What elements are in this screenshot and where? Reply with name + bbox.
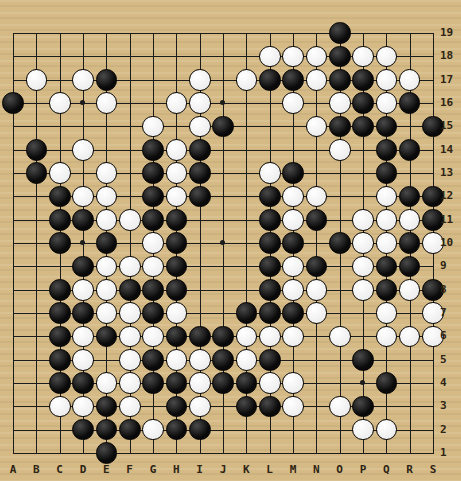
- stone-white-Q7[interactable]: [376, 302, 398, 324]
- stone-black-C11[interactable]: [49, 209, 71, 231]
- stone-white-C16[interactable]: [49, 92, 71, 114]
- stone-black-L17[interactable]: [259, 69, 281, 91]
- stone-white-L6[interactable]: [259, 326, 281, 348]
- stone-white-M18[interactable]: [282, 46, 304, 68]
- stone-black-R9[interactable]: [399, 256, 421, 278]
- stone-black-G13[interactable]: [142, 162, 164, 184]
- row-label-7: 7: [440, 307, 461, 319]
- stone-white-I16[interactable]: [189, 92, 211, 114]
- stone-black-E6[interactable]: [96, 326, 118, 348]
- stone-white-H7[interactable]: [166, 302, 188, 324]
- row-label-5: 5: [440, 354, 461, 366]
- row-label-19: 19: [440, 27, 461, 39]
- stone-black-D11[interactable]: [72, 209, 94, 231]
- stone-black-M7[interactable]: [282, 302, 304, 324]
- stone-white-E11[interactable]: [96, 209, 118, 231]
- stone-white-Q6[interactable]: [376, 326, 398, 348]
- stone-black-P15[interactable]: [352, 116, 374, 138]
- row-label-13: 13: [440, 167, 461, 179]
- stone-black-H4[interactable]: [166, 372, 188, 394]
- stone-black-F2[interactable]: [119, 419, 141, 441]
- stone-white-H14[interactable]: [166, 139, 188, 161]
- stone-black-B13[interactable]: [26, 162, 48, 184]
- column-label-Q: Q: [377, 464, 395, 476]
- stone-black-I2[interactable]: [189, 419, 211, 441]
- stone-black-E10[interactable]: [96, 232, 118, 254]
- stone-white-L18[interactable]: [259, 46, 281, 68]
- column-label-I: I: [191, 464, 209, 476]
- stone-black-Q9[interactable]: [376, 256, 398, 278]
- stone-white-D6[interactable]: [72, 326, 94, 348]
- stone-white-B17[interactable]: [26, 69, 48, 91]
- stone-white-C13[interactable]: [49, 162, 71, 184]
- stone-black-R12[interactable]: [399, 186, 421, 208]
- stone-black-R16[interactable]: [399, 92, 421, 114]
- column-label-K: K: [237, 464, 255, 476]
- stone-white-O14[interactable]: [329, 139, 351, 161]
- row-label-2: 2: [440, 424, 461, 436]
- stone-white-R11[interactable]: [399, 209, 421, 231]
- stone-black-O19[interactable]: [329, 22, 351, 44]
- stone-white-D5[interactable]: [72, 349, 94, 371]
- stone-white-P10[interactable]: [352, 232, 374, 254]
- column-label-B: B: [27, 464, 45, 476]
- stone-black-N9[interactable]: [306, 256, 328, 278]
- column-label-O: O: [331, 464, 349, 476]
- stone-white-L13[interactable]: [259, 162, 281, 184]
- stone-white-E13[interactable]: [96, 162, 118, 184]
- column-label-E: E: [97, 464, 115, 476]
- stone-black-L7[interactable]: [259, 302, 281, 324]
- row-label-9: 9: [440, 260, 461, 272]
- stone-black-M10[interactable]: [282, 232, 304, 254]
- stone-white-R6[interactable]: [399, 326, 421, 348]
- stone-black-D4[interactable]: [72, 372, 94, 394]
- stone-white-P8[interactable]: [352, 279, 374, 301]
- stone-white-M16[interactable]: [282, 92, 304, 114]
- stone-white-N8[interactable]: [306, 279, 328, 301]
- row-label-1: 1: [440, 447, 461, 459]
- stone-black-B14[interactable]: [26, 139, 48, 161]
- row-label-8: 8: [440, 284, 461, 296]
- stone-black-P16[interactable]: [352, 92, 374, 114]
- stone-white-K17[interactable]: [236, 69, 258, 91]
- stone-white-P11[interactable]: [352, 209, 374, 231]
- stone-white-I15[interactable]: [189, 116, 211, 138]
- stone-black-D9[interactable]: [72, 256, 94, 278]
- stone-white-H13[interactable]: [166, 162, 188, 184]
- stone-white-M8[interactable]: [282, 279, 304, 301]
- stone-black-C4[interactable]: [49, 372, 71, 394]
- stone-black-H2[interactable]: [166, 419, 188, 441]
- stone-white-D8[interactable]: [72, 279, 94, 301]
- stone-black-N11[interactable]: [306, 209, 328, 231]
- stone-white-K5[interactable]: [236, 349, 258, 371]
- stone-black-H9[interactable]: [166, 256, 188, 278]
- stone-white-P2[interactable]: [352, 419, 374, 441]
- stone-white-M9[interactable]: [282, 256, 304, 278]
- stone-black-C8[interactable]: [49, 279, 71, 301]
- stone-white-O3[interactable]: [329, 396, 351, 418]
- column-label-H: H: [167, 464, 185, 476]
- stone-white-M11[interactable]: [282, 209, 304, 231]
- column-label-J: J: [214, 464, 232, 476]
- stone-black-H11[interactable]: [166, 209, 188, 231]
- stone-black-O17[interactable]: [329, 69, 351, 91]
- stone-white-G15[interactable]: [142, 116, 164, 138]
- stone-black-J5[interactable]: [212, 349, 234, 371]
- stone-black-L3[interactable]: [259, 396, 281, 418]
- stone-black-E3[interactable]: [96, 396, 118, 418]
- stone-white-G10[interactable]: [142, 232, 164, 254]
- stone-white-I3[interactable]: [189, 396, 211, 418]
- stone-white-E8[interactable]: [96, 279, 118, 301]
- stone-white-I4[interactable]: [189, 372, 211, 394]
- row-label-6: 6: [440, 330, 461, 342]
- stone-white-M6[interactable]: [282, 326, 304, 348]
- stone-black-C7[interactable]: [49, 302, 71, 324]
- stone-black-C10[interactable]: [49, 232, 71, 254]
- stone-black-A16[interactable]: [2, 92, 24, 114]
- stone-black-H3[interactable]: [166, 396, 188, 418]
- stone-black-O15[interactable]: [329, 116, 351, 138]
- stone-black-K7[interactable]: [236, 302, 258, 324]
- stone-white-G9[interactable]: [142, 256, 164, 278]
- column-label-L: L: [261, 464, 279, 476]
- stone-white-F6[interactable]: [119, 326, 141, 348]
- stone-black-L11[interactable]: [259, 209, 281, 231]
- row-label-18: 18: [440, 50, 461, 62]
- stone-black-I6[interactable]: [189, 326, 211, 348]
- column-label-D: D: [74, 464, 92, 476]
- stone-black-D7[interactable]: [72, 302, 94, 324]
- column-label-A: A: [4, 464, 22, 476]
- stone-black-R10[interactable]: [399, 232, 421, 254]
- stone-black-P17[interactable]: [352, 69, 374, 91]
- stone-black-I13[interactable]: [189, 162, 211, 184]
- stone-black-G11[interactable]: [142, 209, 164, 231]
- stone-white-O6[interactable]: [329, 326, 351, 348]
- column-label-C: C: [51, 464, 69, 476]
- stone-white-L4[interactable]: [259, 372, 281, 394]
- stone-black-M17[interactable]: [282, 69, 304, 91]
- row-label-3: 3: [440, 400, 461, 412]
- stone-black-D2[interactable]: [72, 419, 94, 441]
- row-label-15: 15: [440, 120, 461, 132]
- stone-black-M13[interactable]: [282, 162, 304, 184]
- stone-white-O16[interactable]: [329, 92, 351, 114]
- stone-black-K3[interactable]: [236, 396, 258, 418]
- stone-white-F11[interactable]: [119, 209, 141, 231]
- stone-black-Q4[interactable]: [376, 372, 398, 394]
- stone-black-Q14[interactable]: [376, 139, 398, 161]
- row-label-16: 16: [440, 97, 461, 109]
- column-label-R: R: [401, 464, 419, 476]
- column-label-N: N: [307, 464, 325, 476]
- stone-white-M3[interactable]: [282, 396, 304, 418]
- stone-white-E16[interactable]: [96, 92, 118, 114]
- stone-black-I12[interactable]: [189, 186, 211, 208]
- stone-black-G8[interactable]: [142, 279, 164, 301]
- stone-white-F9[interactable]: [119, 256, 141, 278]
- stone-white-Q16[interactable]: [376, 92, 398, 114]
- stone-black-C12[interactable]: [49, 186, 71, 208]
- column-label-S: S: [424, 464, 442, 476]
- stone-black-H8[interactable]: [166, 279, 188, 301]
- stone-black-L12[interactable]: [259, 186, 281, 208]
- stone-white-C3[interactable]: [49, 396, 71, 418]
- stone-white-N15[interactable]: [306, 116, 328, 138]
- stone-white-P9[interactable]: [352, 256, 374, 278]
- stone-white-F7[interactable]: [119, 302, 141, 324]
- stone-white-E9[interactable]: [96, 256, 118, 278]
- stone-black-R14[interactable]: [399, 139, 421, 161]
- stone-black-G5[interactable]: [142, 349, 164, 371]
- stone-black-C5[interactable]: [49, 349, 71, 371]
- column-label-G: G: [144, 464, 162, 476]
- stone-black-P3[interactable]: [352, 396, 374, 418]
- stone-white-F4[interactable]: [119, 372, 141, 394]
- stone-black-E17[interactable]: [96, 69, 118, 91]
- stone-black-O10[interactable]: [329, 232, 351, 254]
- stone-black-Q15[interactable]: [376, 116, 398, 138]
- stone-white-Q17[interactable]: [376, 69, 398, 91]
- stone-black-G14[interactable]: [142, 139, 164, 161]
- stone-white-E4[interactable]: [96, 372, 118, 394]
- stone-black-L8[interactable]: [259, 279, 281, 301]
- stone-white-N17[interactable]: [306, 69, 328, 91]
- stone-black-K4[interactable]: [236, 372, 258, 394]
- column-label-M: M: [284, 464, 302, 476]
- stone-black-L10[interactable]: [259, 232, 281, 254]
- stone-white-D17[interactable]: [72, 69, 94, 91]
- stone-black-L5[interactable]: [259, 349, 281, 371]
- stone-white-N7[interactable]: [306, 302, 328, 324]
- row-label-4: 4: [440, 377, 461, 389]
- stone-black-J6[interactable]: [212, 326, 234, 348]
- stone-black-G7[interactable]: [142, 302, 164, 324]
- stone-black-I14[interactable]: [189, 139, 211, 161]
- row-label-11: 11: [440, 214, 461, 226]
- stone-black-Q8[interactable]: [376, 279, 398, 301]
- stone-white-R17[interactable]: [399, 69, 421, 91]
- row-label-17: 17: [440, 74, 461, 86]
- stone-black-Q13[interactable]: [376, 162, 398, 184]
- stone-white-E12[interactable]: [96, 186, 118, 208]
- stone-black-G12[interactable]: [142, 186, 164, 208]
- column-label-F: F: [121, 464, 139, 476]
- stone-white-P18[interactable]: [352, 46, 374, 68]
- stone-white-H16[interactable]: [166, 92, 188, 114]
- stone-black-O18[interactable]: [329, 46, 351, 68]
- stone-white-F5[interactable]: [119, 349, 141, 371]
- row-label-14: 14: [440, 144, 461, 156]
- stone-black-P5[interactable]: [352, 349, 374, 371]
- stone-black-J15[interactable]: [212, 116, 234, 138]
- stone-black-H6[interactable]: [166, 326, 188, 348]
- stone-white-N12[interactable]: [306, 186, 328, 208]
- stone-white-D3[interactable]: [72, 396, 94, 418]
- stone-white-M4[interactable]: [282, 372, 304, 394]
- stone-white-N18[interactable]: [306, 46, 328, 68]
- stone-white-M12[interactable]: [282, 186, 304, 208]
- stone-white-G2[interactable]: [142, 419, 164, 441]
- row-label-10: 10: [440, 237, 461, 249]
- stone-white-H12[interactable]: [166, 186, 188, 208]
- stone-white-E7[interactable]: [96, 302, 118, 324]
- stone-white-F3[interactable]: [119, 396, 141, 418]
- stone-white-Q10[interactable]: [376, 232, 398, 254]
- stone-white-Q18[interactable]: [376, 46, 398, 68]
- stone-black-G4[interactable]: [142, 372, 164, 394]
- stone-black-C6[interactable]: [49, 326, 71, 348]
- stone-white-I5[interactable]: [189, 349, 211, 371]
- stone-white-R8[interactable]: [399, 279, 421, 301]
- stone-white-Q11[interactable]: [376, 209, 398, 231]
- stone-white-K6[interactable]: [236, 326, 258, 348]
- stone-black-F8[interactable]: [119, 279, 141, 301]
- stone-white-Q2[interactable]: [376, 419, 398, 441]
- row-label-12: 12: [440, 190, 461, 202]
- column-label-P: P: [354, 464, 372, 476]
- stone-white-D12[interactable]: [72, 186, 94, 208]
- stone-black-E1[interactable]: [96, 442, 118, 464]
- stone-white-G6[interactable]: [142, 326, 164, 348]
- go-board: ABCDEFGHIJKLMNOPQRS 19181716151413121110…: [0, 0, 461, 481]
- stone-black-J4[interactable]: [212, 372, 234, 394]
- stone-white-H5[interactable]: [166, 349, 188, 371]
- stone-grid[interactable]: [2, 22, 445, 465]
- stone-white-D14[interactable]: [72, 139, 94, 161]
- stone-white-Q12[interactable]: [376, 186, 398, 208]
- stone-black-L9[interactable]: [259, 256, 281, 278]
- stone-black-H10[interactable]: [166, 232, 188, 254]
- stone-white-I17[interactable]: [189, 69, 211, 91]
- stone-black-E2[interactable]: [96, 419, 118, 441]
